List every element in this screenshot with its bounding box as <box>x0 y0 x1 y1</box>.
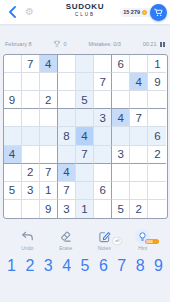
grid-cell[interactable] <box>22 91 40 109</box>
grid-cell[interactable]: 7 <box>22 55 40 73</box>
grid-cell[interactable] <box>58 146 76 164</box>
grid-cell[interactable] <box>130 164 148 182</box>
grid-cell[interactable] <box>130 182 148 200</box>
number-pad: 123456789 <box>0 258 170 274</box>
coin-balance: 15 279 <box>120 8 153 17</box>
shop-cart-button[interactable] <box>150 4 167 21</box>
notes-off-badge: off <box>113 238 121 244</box>
grid-cell[interactable]: 5 <box>4 182 22 200</box>
grid-cell[interactable] <box>148 91 166 109</box>
eraser-icon <box>59 230 72 243</box>
app-title-block: SUDOKU CLUB <box>66 3 104 17</box>
pause-icon <box>160 42 162 47</box>
grid-cell[interactable] <box>76 109 94 127</box>
trophy-count: 0 <box>63 41 66 47</box>
grid-cell[interactable] <box>58 109 76 127</box>
grid-cell[interactable] <box>4 55 22 73</box>
grid-cell[interactable]: 3 <box>58 200 76 218</box>
grid-cell[interactable]: 4 <box>112 109 130 127</box>
timer-block: 00:21 <box>143 41 165 47</box>
numpad-button-6[interactable]: 6 <box>99 258 108 274</box>
grid-cell[interactable]: 3 <box>22 182 40 200</box>
game-info-bar: February 8 0 Mistakes: 0/3 00:21 <box>0 39 170 49</box>
grid-cell[interactable]: 9 <box>4 91 22 109</box>
grid-cell[interactable] <box>58 55 76 73</box>
date-label: February 8 <box>5 41 32 47</box>
grid-cell[interactable]: 7 <box>94 73 112 91</box>
grid-cell[interactable] <box>94 164 112 182</box>
grid-cell[interactable] <box>94 200 112 218</box>
grid-cell[interactable] <box>148 200 166 218</box>
numpad-button-3[interactable]: 3 <box>44 258 53 274</box>
numpad-button-1[interactable]: 1 <box>7 258 16 274</box>
grid-cell[interactable]: 4 <box>58 164 76 182</box>
grid-cell[interactable]: 2 <box>22 164 40 182</box>
grid-cell[interactable] <box>40 127 58 145</box>
grid-cell[interactable] <box>148 182 166 200</box>
grid-cell[interactable] <box>76 164 94 182</box>
undo-icon <box>21 230 34 243</box>
grid-cell[interactable] <box>76 73 94 91</box>
grid-cell[interactable] <box>22 73 40 91</box>
grid-cell[interactable] <box>4 109 22 127</box>
sudoku-board: 746174992534784647322745317693152 <box>3 54 168 219</box>
pause-button[interactable] <box>160 42 165 47</box>
grid-cell[interactable]: 1 <box>76 200 94 218</box>
grid-cell[interactable] <box>4 73 22 91</box>
grid-cell[interactable] <box>130 127 148 145</box>
numpad-button-2[interactable]: 2 <box>25 258 34 274</box>
timer-label: 00:21 <box>143 41 157 47</box>
grid-cell[interactable] <box>112 164 130 182</box>
grid-cell[interactable]: 4 <box>130 73 148 91</box>
grid-cell[interactable]: 2 <box>130 200 148 218</box>
hint-coin-badge: 100 <box>145 239 159 244</box>
coin-balance-value: 15 279 <box>123 9 140 15</box>
back-chevron-icon <box>8 6 17 18</box>
undo-button[interactable]: Undo <box>14 230 40 251</box>
notes-button[interactable]: off Notes <box>91 230 117 251</box>
grid-cell[interactable]: 7 <box>40 164 58 182</box>
grid-cell[interactable] <box>22 109 40 127</box>
settings-gear-icon[interactable]: ⚙ <box>25 7 34 17</box>
grid-cell[interactable] <box>94 146 112 164</box>
trophy-counter: 0 <box>53 40 66 48</box>
back-button[interactable] <box>6 6 18 18</box>
numpad-button-8[interactable]: 8 <box>136 258 145 274</box>
app-title: SUDOKU <box>66 3 104 11</box>
grid-cell[interactable] <box>58 73 76 91</box>
grid-cell[interactable] <box>40 73 58 91</box>
mistakes-label: Mistakes: 0/3 <box>88 41 120 47</box>
grid-cell[interactable]: 6 <box>148 127 166 145</box>
grid-cell[interactable]: 9 <box>148 73 166 91</box>
grid-cell[interactable]: 7 <box>76 146 94 164</box>
numpad-button-7[interactable]: 7 <box>117 258 126 274</box>
grid-cell[interactable] <box>148 109 166 127</box>
grid-cell[interactable] <box>112 182 130 200</box>
grid-cell[interactable]: 6 <box>94 182 112 200</box>
grid-cell[interactable]: 5 <box>76 91 94 109</box>
grid-cell[interactable] <box>76 182 94 200</box>
cart-icon <box>154 8 163 17</box>
toolbar: Undo Erase off Notes 100 Hin <box>0 230 170 251</box>
grid-cell[interactable] <box>94 91 112 109</box>
grid-cell[interactable] <box>112 91 130 109</box>
app-subtitle: CLUB <box>66 13 104 18</box>
erase-button[interactable]: Erase <box>53 230 79 251</box>
grid-cell[interactable]: 2 <box>148 146 166 164</box>
grid-cell[interactable] <box>76 55 94 73</box>
notes-label: Notes <box>98 245 111 251</box>
grid-cell[interactable] <box>94 127 112 145</box>
hint-badge-value: 100 <box>146 240 153 244</box>
grid-cell[interactable]: 7 <box>58 182 76 200</box>
grid-cell[interactable]: 1 <box>40 182 58 200</box>
coin-icon <box>142 10 147 15</box>
undo-label: Undo <box>21 245 33 251</box>
grid-cell[interactable]: 3 <box>112 146 130 164</box>
grid-cell[interactable]: 4 <box>4 146 22 164</box>
grid-cell[interactable] <box>40 109 58 127</box>
app-bar: ⚙ SUDOKU CLUB 15 279 <box>0 0 170 24</box>
hint-label: Hint <box>138 245 147 251</box>
grid-cell[interactable] <box>22 146 40 164</box>
grid-cell[interactable] <box>4 200 22 218</box>
grid-cell[interactable] <box>130 55 148 73</box>
grid-cell[interactable]: 6 <box>112 55 130 73</box>
erase-label: Erase <box>59 245 72 251</box>
hint-button[interactable]: 100 Hint <box>130 230 156 251</box>
numpad-button-4[interactable]: 4 <box>62 258 71 274</box>
grid-cell[interactable] <box>58 91 76 109</box>
grid-cell[interactable]: 5 <box>112 200 130 218</box>
numpad-button-5[interactable]: 5 <box>81 258 90 274</box>
grid-cell[interactable] <box>112 127 130 145</box>
grid-cell[interactable]: 9 <box>40 200 58 218</box>
grid-cell[interactable] <box>22 127 40 145</box>
grid-cell[interactable]: 3 <box>94 109 112 127</box>
numpad-button-9[interactable]: 9 <box>154 258 163 274</box>
notes-icon <box>98 230 111 243</box>
grid-cell[interactable]: 4 <box>76 127 94 145</box>
grid-cell[interactable]: 1 <box>148 55 166 73</box>
grid-cell[interactable] <box>4 164 22 182</box>
grid-cell[interactable] <box>148 164 166 182</box>
grid-cell[interactable] <box>130 146 148 164</box>
grid-cell[interactable] <box>130 91 148 109</box>
grid-cell[interactable]: 7 <box>130 109 148 127</box>
trophy-icon <box>53 40 61 48</box>
hint-badge-coin-icon <box>154 240 158 244</box>
grid-cell[interactable]: 8 <box>58 127 76 145</box>
grid-cell[interactable] <box>94 55 112 73</box>
grid-cell[interactable]: 4 <box>40 55 58 73</box>
grid-cell[interactable] <box>4 127 22 145</box>
grid-cell[interactable] <box>22 200 40 218</box>
grid-cell[interactable]: 2 <box>40 91 58 109</box>
grid-cell[interactable] <box>40 146 58 164</box>
grid-cell[interactable] <box>112 73 130 91</box>
